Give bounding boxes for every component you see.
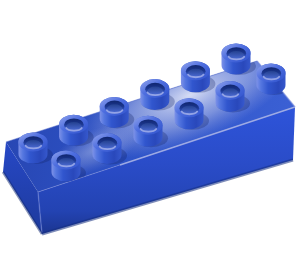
stud — [59, 115, 88, 146]
duplo-plate-figure: 3D render of a blue LEGO Duplo plate, 2 … — [0, 0, 300, 265]
stud — [181, 61, 210, 92]
stud — [19, 133, 48, 164]
stud — [257, 64, 286, 95]
duplo-plate-render — [0, 0, 300, 265]
stud — [52, 151, 81, 182]
stud — [222, 44, 251, 75]
stud — [216, 81, 245, 112]
stud — [100, 97, 129, 128]
stud — [93, 133, 122, 164]
stud — [140, 79, 169, 110]
stud — [134, 116, 163, 147]
stud — [175, 98, 204, 129]
